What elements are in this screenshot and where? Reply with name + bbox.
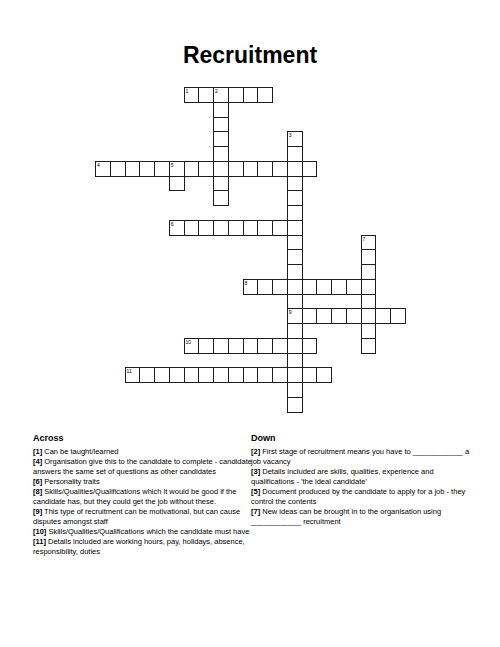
cell-number: 6 (171, 221, 174, 227)
grid-cell-r9c8[interactable] (213, 220, 229, 236)
grid-cell-r13c13[interactable] (287, 279, 303, 295)
clue-item-2: [2] First stage of recruitment means you… (251, 447, 477, 467)
grid-cell-r0c8[interactable]: 2 (213, 87, 229, 103)
grid-cell-r14c18[interactable] (361, 294, 377, 310)
clue-ref-number: [6] (33, 477, 42, 486)
grid-cell-r5c8[interactable] (213, 161, 229, 177)
grid-cell-r9c13[interactable] (287, 220, 303, 236)
grid-cell-r13c18[interactable] (361, 279, 377, 295)
clue-ref-number: [9] (33, 507, 42, 516)
grid-cell-r19c2[interactable]: 11 (125, 367, 141, 383)
grid-cell-r5c3[interactable] (139, 161, 155, 177)
grid-cell-r6c5[interactable] (169, 176, 185, 192)
grid-cell-r17c6[interactable]: 10 (184, 338, 200, 354)
grid-cell-r1c8[interactable] (213, 102, 229, 118)
across-clue-list: [1] Can be taught/learned[4] Organisatio… (33, 447, 255, 557)
grid-cell-r20c13[interactable] (287, 382, 303, 398)
clue-item-6: [6] Personality traits (33, 477, 255, 487)
grid-cell-r19c15[interactable] (316, 367, 332, 383)
grid-cell-r13c14[interactable] (302, 279, 318, 295)
grid-cell-r13c17[interactable] (346, 279, 362, 295)
grid-cell-r0c7[interactable] (198, 87, 214, 103)
grid-cell-r9c7[interactable] (198, 220, 214, 236)
grid-cell-r8c13[interactable] (287, 205, 303, 221)
grid-cell-r17c18[interactable] (361, 338, 377, 354)
grid-cell-r17c10[interactable] (243, 338, 259, 354)
grid-cell-r17c8[interactable] (213, 338, 229, 354)
grid-cell-r12c13[interactable] (287, 264, 303, 280)
clue-item-10: [10] Skills/Qualities/Qualifications whi… (33, 527, 255, 537)
grid-cell-r19c13[interactable] (287, 367, 303, 383)
cell-number: 9 (289, 309, 292, 315)
grid-cell-r9c6[interactable] (184, 220, 200, 236)
grid-cell-r15c15[interactable] (316, 308, 332, 324)
clue-ref-number: [4] (33, 457, 42, 466)
grid-cell-r19c7[interactable] (198, 367, 214, 383)
grid-cell-r5c6[interactable] (184, 161, 200, 177)
grid-cell-r17c11[interactable] (257, 338, 273, 354)
grid-cell-r3c13[interactable]: 3 (287, 131, 303, 147)
grid-cell-r5c14[interactable] (302, 161, 318, 177)
grid-cell-r5c0[interactable]: 4 (95, 161, 111, 177)
cell-number: 7 (363, 236, 366, 242)
grid-cell-r15c14[interactable] (302, 308, 318, 324)
grid-cell-r15c13[interactable]: 9 (287, 308, 303, 324)
clue-ref-number: [2] (251, 447, 260, 456)
grid-cell-r19c5[interactable] (169, 367, 185, 383)
grid-cell-r5c4[interactable] (154, 161, 170, 177)
grid-cell-r4c8[interactable] (213, 146, 229, 162)
grid-cell-r7c13[interactable] (287, 190, 303, 206)
grid-cell-r17c14[interactable] (302, 338, 318, 354)
cell-number: 11 (127, 368, 132, 374)
cell-number: 1 (186, 88, 189, 94)
grid-cell-r16c13[interactable] (287, 323, 303, 339)
clue-ref-number: [7] (251, 507, 260, 516)
puzzle-title: Recruitment (0, 42, 500, 69)
clue-item-7: [7] New ideas can be brought in to the o… (251, 507, 477, 527)
grid-cell-r19c8[interactable] (213, 367, 229, 383)
clue-ref-number: [1] (33, 447, 42, 456)
grid-cell-r0c11[interactable] (257, 87, 273, 103)
grid-cell-r15c16[interactable] (331, 308, 347, 324)
grid-cell-r5c10[interactable] (243, 161, 259, 177)
grid-cell-r4c13[interactable] (287, 146, 303, 162)
grid-cell-r17c7[interactable] (198, 338, 214, 354)
grid-cell-r5c13[interactable] (287, 161, 303, 177)
clue-item-4: [4] Organisation give this to the candid… (33, 457, 255, 477)
grid-cell-r13c12[interactable] (272, 279, 288, 295)
grid-cell-r17c13[interactable] (287, 338, 303, 354)
grid-cell-r12c18[interactable] (361, 264, 377, 280)
cell-number: 2 (215, 88, 218, 94)
grid-cell-r13c16[interactable] (331, 279, 347, 295)
cell-number: 10 (186, 339, 192, 345)
clue-item-9: [9] This type of recruitment can be moti… (33, 507, 255, 527)
grid-cell-r19c12[interactable] (272, 367, 288, 383)
grid-cell-r0c10[interactable] (243, 87, 259, 103)
cell-number: 3 (289, 132, 292, 138)
clue-ref-number: [5] (251, 487, 260, 496)
clue-ref-number: [11] (33, 537, 46, 546)
grid-cell-r15c18[interactable] (361, 308, 377, 324)
grid-cell-r0c9[interactable] (228, 87, 244, 103)
grid-cell-r19c10[interactable] (243, 367, 259, 383)
grid-cell-r13c10[interactable]: 8 (243, 279, 259, 295)
grid-cell-r5c12[interactable] (272, 161, 288, 177)
clue-item-5: [5] Document produced by the candidate t… (251, 487, 477, 507)
clue-item-11: [11] Details included are working hours,… (33, 537, 255, 557)
grid-cell-r9c12[interactable] (272, 220, 288, 236)
across-header: Across (33, 433, 255, 444)
grid-cell-r19c11[interactable] (257, 367, 273, 383)
grid-cell-r6c8[interactable] (213, 176, 229, 192)
grid-cell-r19c3[interactable] (139, 367, 155, 383)
grid-cell-r9c9[interactable] (228, 220, 244, 236)
grid-cell-r3c8[interactable] (213, 131, 229, 147)
grid-cell-r5c2[interactable] (125, 161, 141, 177)
grid-cell-r19c9[interactable] (228, 367, 244, 383)
grid-cell-r10c18[interactable]: 7 (361, 235, 377, 251)
grid-cell-r13c11[interactable] (257, 279, 273, 295)
worksheet-page: { "title": "Recruitment", "game": "cross… (0, 0, 500, 647)
down-header: Down (251, 433, 477, 444)
cell-number: 4 (97, 162, 100, 168)
grid-cell-r9c10[interactable] (243, 220, 259, 236)
grid-cell-r11c18[interactable] (361, 249, 377, 265)
grid-cell-r0c6[interactable]: 1 (184, 87, 200, 103)
grid-cell-r9c5[interactable]: 6 (169, 220, 185, 236)
grid-cell-r21c13[interactable] (287, 397, 303, 413)
cell-number: 5 (171, 162, 174, 168)
grid-cell-r15c17[interactable] (346, 308, 362, 324)
grid-cell-r19c6[interactable] (184, 367, 200, 383)
grid-cell-r19c4[interactable] (154, 367, 170, 383)
grid-cell-r5c7[interactable] (198, 161, 214, 177)
across-clues-section: Across [1] Can be taught/learned[4] Orga… (33, 433, 255, 557)
grid-cell-r5c5[interactable]: 5 (169, 161, 185, 177)
grid-cell-r18c13[interactable] (287, 353, 303, 369)
clue-item-8: [8] Skills/Qualities/Qualifications whic… (33, 487, 255, 507)
grid-cell-r6c13[interactable] (287, 176, 303, 192)
cell-number: 8 (245, 280, 248, 286)
grid-cell-r10c13[interactable] (287, 235, 303, 251)
grid-cell-r15c20[interactable] (390, 308, 406, 324)
grid-cell-r5c9[interactable] (228, 161, 244, 177)
clue-ref-number: [8] (33, 487, 42, 496)
grid-cell-r9c11[interactable] (257, 220, 273, 236)
clue-ref-number: [10] (33, 527, 46, 536)
grid-cell-r13c15[interactable] (316, 279, 332, 295)
grid-cell-r19c14[interactable] (302, 367, 318, 383)
grid-cell-r5c1[interactable] (110, 161, 126, 177)
clue-item-1: [1] Can be taught/learned (33, 447, 255, 457)
grid-cell-r5c11[interactable] (257, 161, 273, 177)
grid-cell-r2c8[interactable] (213, 117, 229, 133)
grid-cell-r7c8[interactable] (213, 190, 229, 206)
down-clue-list: [2] First stage of recruitment means you… (251, 447, 477, 527)
grid-cell-r15c19[interactable] (375, 308, 391, 324)
grid-cell-r17c12[interactable] (272, 338, 288, 354)
clue-ref-number: [3] (251, 467, 260, 476)
grid-cell-r17c9[interactable] (228, 338, 244, 354)
clue-item-3: [3] Details included are skills, qualiti… (251, 467, 477, 487)
grid-cell-r16c18[interactable] (361, 323, 377, 339)
grid-cell-r14c13[interactable] (287, 294, 303, 310)
down-clues-section: Down [2] First stage of recruitment mean… (251, 433, 477, 527)
grid-cell-r11c13[interactable] (287, 249, 303, 265)
